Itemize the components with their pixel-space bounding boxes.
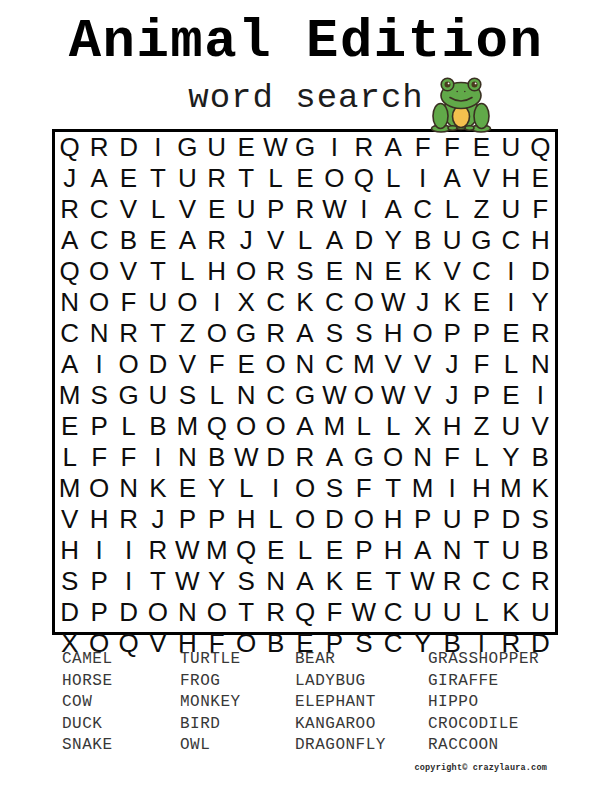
grid-cell-r14c2[interactable]: I [84,535,113,566]
grid-cell-r9c4[interactable]: U [143,380,172,411]
grid-cell-r13c17[interactable]: S [526,504,555,535]
grid-cell-r9c17[interactable]: I [526,380,555,411]
grid-cell-r10c16[interactable]: U [496,411,525,442]
grid-cell-r3c8[interactable]: P [261,194,290,225]
grid-cell-r12c3[interactable]: N [114,473,143,504]
grid-cell-r1c8[interactable]: W [261,132,290,163]
grid-cell-r14c12[interactable]: H [379,535,408,566]
grid-cell-r12c7[interactable]: L [231,473,260,504]
grid-cell-r7c7[interactable]: G [231,318,260,349]
grid-cell-r14c5[interactable]: W [173,535,202,566]
grid-cell-r16c7[interactable]: T [231,597,260,628]
grid-cell-r15c8[interactable]: N [261,566,290,597]
grid-cell-r9c12[interactable]: W [379,380,408,411]
grid-cell-r6c4[interactable]: U [143,287,172,318]
grid-cell-r4c9[interactable]: L [290,225,319,256]
grid-cell-r16c15[interactable]: L [467,597,496,628]
grid-cell-r14c6[interactable]: M [202,535,231,566]
grid-cell-r9c13[interactable]: V [408,380,437,411]
grid-cell-r14c8[interactable]: E [261,535,290,566]
word-list-column-1: CAMELHORSECOWDUCKSNAKE [62,649,180,757]
grid-cell-r13c5[interactable]: P [173,504,202,535]
grid-cell-r10c7[interactable]: O [231,411,260,442]
grid-cell-r8c14[interactable]: J [437,349,466,380]
grid-cell-r5c10[interactable]: E [320,256,349,287]
grid-cell-r15c7[interactable]: S [231,566,260,597]
grid-cell-r7c5[interactable]: Z [173,318,202,349]
grid-cell-r15c11[interactable]: E [349,566,378,597]
word-item-camel: CAMEL [62,649,180,671]
grid-cell-r5c3[interactable]: V [114,256,143,287]
grid-cell-r7c8[interactable]: R [261,318,290,349]
grid-cell-r8c5[interactable]: V [173,349,202,380]
grid-cell-r12c10[interactable]: S [320,473,349,504]
word-item-cow: COW [62,692,180,714]
grid-cell-r1c11[interactable]: R [349,132,378,163]
frog-icon [429,76,493,133]
grid-cell-r10c8[interactable]: O [261,411,290,442]
grid-cell-r11c8[interactable]: D [261,442,290,473]
grid-cell-r4c13[interactable]: B [408,225,437,256]
grid-cell-r9c9[interactable]: G [290,380,319,411]
grid-cell-r5c13[interactable]: K [408,256,437,287]
grid-cell-r14c7[interactable]: Q [231,535,260,566]
grid-cell-r11c5[interactable]: N [173,442,202,473]
grid-cell-r8c8[interactable]: O [261,349,290,380]
grid-cell-r12c9[interactable]: O [290,473,319,504]
grid-cell-r7c9[interactable]: A [290,318,319,349]
grid-cell-r1c13[interactable]: F [408,132,437,163]
grid-cell-r13c8[interactable]: L [261,504,290,535]
grid-cell-r1c16[interactable]: U [496,132,525,163]
grid-cell-r6c7[interactable]: X [231,287,260,318]
grid-cell-r13c10[interactable]: D [320,504,349,535]
grid-cell-r7c17[interactable]: R [526,318,555,349]
grid-cell-r3c7[interactable]: U [231,194,260,225]
grid-cell-r6c15[interactable]: E [467,287,496,318]
grid-cell-r13c1[interactable]: V [55,504,84,535]
word-item-turtle: TURTLE [180,649,295,671]
grid-cell-r12c14[interactable]: I [437,473,466,504]
grid-cell-r2c1[interactable]: J [55,163,84,194]
grid-cell-r10c2[interactable]: P [84,411,113,442]
grid-cell-r6c12[interactable]: W [379,287,408,318]
grid-cell-r7c6[interactable]: O [202,318,231,349]
grid-cell-r5c1[interactable]: Q [55,256,84,287]
page-subtitle: word search [0,80,612,117]
grid-cell-r9c2[interactable]: S [84,380,113,411]
grid-cell-r16c3[interactable]: D [114,597,143,628]
grid-cell-r15c15[interactable]: C [467,566,496,597]
grid-cell-r1c15[interactable]: E [467,132,496,163]
word-list-column-3: BEARLADYBUGELEPHANTKANGAROODRAGONFLY [295,649,428,757]
grid-cell-r4c17[interactable]: H [526,225,555,256]
grid-cell-r2c12[interactable]: L [379,163,408,194]
grid-cell-r4c3[interactable]: B [114,225,143,256]
grid-cell-r9c6[interactable]: L [202,380,231,411]
grid-cell-r1c7[interactable]: E [231,132,260,163]
grid-cell-r9c16[interactable]: E [496,380,525,411]
grid-cell-r4c10[interactable]: A [320,225,349,256]
grid-cell-r13c3[interactable]: R [114,504,143,535]
grid-cell-r7c4[interactable]: T [143,318,172,349]
grid-cell-r11c11[interactable]: G [349,442,378,473]
grid-cell-r5c17[interactable]: D [526,256,555,287]
grid-cell-r15c3[interactable]: I [114,566,143,597]
grid-cell-r5c12[interactable]: E [379,256,408,287]
word-item-duck: DUCK [62,714,180,736]
grid-cell-r9c15[interactable]: P [467,380,496,411]
grid-cell-r6c8[interactable]: C [261,287,290,318]
grid-cell-r8c6[interactable]: F [202,349,231,380]
grid-cell-r13c6[interactable]: P [202,504,231,535]
grid-cell-r16c4[interactable]: O [143,597,172,628]
grid-cell-r2c14[interactable]: A [437,163,466,194]
grid-cell-r8c13[interactable]: V [408,349,437,380]
grid-cell-r11c13[interactable]: N [408,442,437,473]
page-title: Animal Edition [0,12,612,71]
grid-cell-r3c15[interactable]: Z [467,194,496,225]
grid-cell-r9c10[interactable]: W [320,380,349,411]
grid-cell-r1c14[interactable]: F [437,132,466,163]
grid-cell-r12c8[interactable]: I [261,473,290,504]
grid-cell-r8c10[interactable]: C [320,349,349,380]
grid-cell-r3c16[interactable]: U [496,194,525,225]
grid-cell-r15c13[interactable]: W [408,566,437,597]
grid-cell-r10c1[interactable]: E [55,411,84,442]
grid-cell-r6c2[interactable]: O [84,287,113,318]
grid-cell-r6c17[interactable]: Y [526,287,555,318]
grid-cell-r15c1[interactable]: S [55,566,84,597]
grid-cell-r7c10[interactable]: S [320,318,349,349]
grid-cell-r2c3[interactable]: E [114,163,143,194]
grid-cell-r14c10[interactable]: E [320,535,349,566]
grid-cell-r5c7[interactable]: O [231,256,260,287]
grid-cell-r1c3[interactable]: D [114,132,143,163]
grid-cell-r10c13[interactable]: X [408,411,437,442]
grid-cell-r4c6[interactable]: R [202,225,231,256]
grid-cell-r16c9[interactable]: Q [290,597,319,628]
grid-cell-r11c6[interactable]: B [202,442,231,473]
grid-cell-r5c16[interactable]: I [496,256,525,287]
grid-cell-r6c10[interactable]: C [320,287,349,318]
grid-cell-r13c7[interactable]: H [231,504,260,535]
grid-cell-r3c17[interactable]: F [526,194,555,225]
grid-cell-r3c2[interactable]: C [84,194,113,225]
grid-cell-r13c16[interactable]: D [496,504,525,535]
grid-cell-r2c5[interactable]: U [173,163,202,194]
grid-cell-r14c17[interactable]: B [526,535,555,566]
grid-cell-r9c8[interactable]: C [261,380,290,411]
word-item-kangaroo: KANGAROO [295,714,428,736]
grid-cell-r15c2[interactable]: P [84,566,113,597]
grid-cell-r16c2[interactable]: P [84,597,113,628]
word-item-dragonfly: DRAGONFLY [295,735,428,757]
grid-cell-r7c16[interactable]: E [496,318,525,349]
grid-cell-r16c5[interactable]: N [173,597,202,628]
grid-cell-r13c15[interactable]: P [467,504,496,535]
grid-cell-r12c13[interactable]: M [408,473,437,504]
grid-cell-r1c5[interactable]: G [173,132,202,163]
grid-cell-r10c4[interactable]: B [143,411,172,442]
grid-cell-r5c15[interactable]: C [467,256,496,287]
grid-cell-r4c14[interactable]: U [437,225,466,256]
grid-cell-r11c4[interactable]: I [143,442,172,473]
grid-cell-r4c7[interactable]: J [231,225,260,256]
grid-cell-r9c3[interactable]: G [114,380,143,411]
grid-cell-r3c12[interactable]: A [379,194,408,225]
grid-cell-r3c9[interactable]: R [290,194,319,225]
grid-cell-r16c11[interactable]: W [349,597,378,628]
grid-cell-r9c7[interactable]: N [231,380,260,411]
word-item-crocodile: CROCODILE [428,714,539,736]
word-list: CAMELHORSECOWDUCKSNAKETURTLEFROGMONKEYBI… [62,649,562,757]
grid-cell-r14c16[interactable]: U [496,535,525,566]
grid-cell-r5c5[interactable]: L [173,256,202,287]
grid-cell-r8c16[interactable]: L [496,349,525,380]
grid-cell-r16c6[interactable]: O [202,597,231,628]
grid-cell-r8c1[interactable]: A [55,349,84,380]
grid-cell-r10c17[interactable]: V [526,411,555,442]
grid-cell-r16c10[interactable]: F [320,597,349,628]
grid-cell-r2c2[interactable]: A [84,163,113,194]
grid-cell-r1c4[interactable]: I [143,132,172,163]
word-item-snake: SNAKE [62,735,180,757]
grid-cell-r1c1[interactable]: Q [55,132,84,163]
grid-cell-r11c16[interactable]: Y [496,442,525,473]
grid-cell-r14c3[interactable]: I [114,535,143,566]
grid-cell-r3c6[interactable]: E [202,194,231,225]
grid-cell-r6c14[interactable]: K [437,287,466,318]
copyright-text: copyright© crazylaura.com [414,763,547,773]
grid-cell-r11c15[interactable]: L [467,442,496,473]
grid-cell-r14c9[interactable]: L [290,535,319,566]
grid-cell-r5c6[interactable]: H [202,256,231,287]
grid-cell-r7c11[interactable]: S [349,318,378,349]
grid-cell-r13c2[interactable]: H [84,504,113,535]
word-item-frog: FROG [180,671,295,693]
grid-cell-r16c14[interactable]: U [437,597,466,628]
grid-cell-r12c6[interactable]: Y [202,473,231,504]
grid-cell-r15c16[interactable]: C [496,566,525,597]
grid-cell-r11c7[interactable]: W [231,442,260,473]
grid-cell-r7c2[interactable]: N [84,318,113,349]
grid-cell-r4c12[interactable]: Y [379,225,408,256]
grid-cell-r7c15[interactable]: P [467,318,496,349]
grid-cell-r12c17[interactable]: K [526,473,555,504]
grid-cell-r8c11[interactable]: M [349,349,378,380]
grid-cell-r10c3[interactable]: L [114,411,143,442]
grid-cell-r16c8[interactable]: R [261,597,290,628]
grid-cell-r7c12[interactable]: H [379,318,408,349]
grid-cell-r4c1[interactable]: A [55,225,84,256]
grid-cell-r12c2[interactable]: O [84,473,113,504]
grid-cell-r3c3[interactable]: V [114,194,143,225]
word-item-bear: BEAR [295,649,428,671]
grid-cell-r6c5[interactable]: O [173,287,202,318]
grid-cell-r8c7[interactable]: E [231,349,260,380]
grid-cell-r3c14[interactable]: L [437,194,466,225]
word-list-column-2: TURTLEFROGMONKEYBIRDOWL [180,649,295,757]
grid-cell-r12c16[interactable]: M [496,473,525,504]
grid-cell-r6c16[interactable]: I [496,287,525,318]
grid-cell-r12c12[interactable]: T [379,473,408,504]
grid-cell-r7c1[interactable]: C [55,318,84,349]
grid-cell-r10c14[interactable]: H [437,411,466,442]
grid-cell-r11c10[interactable]: A [320,442,349,473]
grid-cell-r4c11[interactable]: D [349,225,378,256]
grid-cell-r2c10[interactable]: O [320,163,349,194]
grid-cell-r9c5[interactable]: S [173,380,202,411]
grid-cell-r10c11[interactable]: L [349,411,378,442]
grid-cell-r1c9[interactable]: G [290,132,319,163]
grid-cell-r6c13[interactable]: J [408,287,437,318]
grid-cell-r11c9[interactable]: R [290,442,319,473]
grid-cell-r15c17[interactable]: R [526,566,555,597]
grid-cell-r14c11[interactable]: P [349,535,378,566]
grid-cell-r9c11[interactable]: O [349,380,378,411]
grid-cell-r8c3[interactable]: O [114,349,143,380]
grid-cell-r13c12[interactable]: H [379,504,408,535]
grid-cell-r9c14[interactable]: J [437,380,466,411]
grid-cell-r16c17[interactable]: U [526,597,555,628]
grid-cell-r15c9[interactable]: A [290,566,319,597]
grid-cell-r2c4[interactable]: T [143,163,172,194]
grid-cell-r13c4[interactable]: J [143,504,172,535]
word-item-hippo: HIPPO [428,692,539,714]
grid-cell-r6c11[interactable]: O [349,287,378,318]
grid-cell-r11c3[interactable]: F [114,442,143,473]
grid-cell-r16c1[interactable]: D [55,597,84,628]
grid-cell-r15c5[interactable]: W [173,566,202,597]
grid-cell-r14c15[interactable]: T [467,535,496,566]
grid-cell-r1c6[interactable]: U [202,132,231,163]
grid-cell-r1c17[interactable]: Q [526,132,555,163]
grid-cell-r3c1[interactable]: R [55,194,84,225]
grid-cell-r10c15[interactable]: Z [467,411,496,442]
grid-cell-r11c14[interactable]: F [437,442,466,473]
grid-cell-r9c1[interactable]: M [55,380,84,411]
word-item-elephant: ELEPHANT [295,692,428,714]
grid-cell-r5c11[interactable]: N [349,256,378,287]
grid-cell-r15c12[interactable]: T [379,566,408,597]
grid-cell-r8c15[interactable]: F [467,349,496,380]
grid-cell-r3c5[interactable]: V [173,194,202,225]
word-item-giraffe: GIRAFFE [428,671,539,693]
grid-cell-r10c12[interactable]: L [379,411,408,442]
grid-cell-r13c9[interactable]: O [290,504,319,535]
word-item-bird: BIRD [180,714,295,736]
grid-cell-r15c10[interactable]: K [320,566,349,597]
grid-cell-r10c10[interactable]: M [320,411,349,442]
grid-cell-r14c4[interactable]: R [143,535,172,566]
grid-cell-r2c11[interactable]: Q [349,163,378,194]
word-list-column-4: GRASSHOPPERGIRAFFEHIPPOCROCODILERACCOON [428,649,539,757]
grid-cell-r2c15[interactable]: V [467,163,496,194]
grid-cell-r6c6[interactable]: I [202,287,231,318]
grid-cell-r5c2[interactable]: O [84,256,113,287]
grid-cell-r6c9[interactable]: K [290,287,319,318]
grid-cell-r11c2[interactable]: F [84,442,113,473]
grid-cell-r15c6[interactable]: Y [202,566,231,597]
word-item-owl: OWL [180,735,295,757]
grid-cell-r8c2[interactable]: I [84,349,113,380]
grid-cell-r5c8[interactable]: R [261,256,290,287]
grid-cell-r14c13[interactable]: A [408,535,437,566]
grid-cell-r4c15[interactable]: G [467,225,496,256]
grid-cell-r10c5[interactable]: M [173,411,202,442]
grid-cell-r2c17[interactable]: E [526,163,555,194]
grid-cell-r15c4[interactable]: T [143,566,172,597]
grid-cell-r1c2[interactable]: R [84,132,113,163]
grid-cell-r4c4[interactable]: E [143,225,172,256]
grid-cell-r3c11[interactable]: I [349,194,378,225]
grid-cell-r11c12[interactable]: O [379,442,408,473]
grid-cell-r14c14[interactable]: N [437,535,466,566]
grid-cell-r4c5[interactable]: A [173,225,202,256]
grid-cell-r13c11[interactable]: O [349,504,378,535]
grid-cell-r2c9[interactable]: E [290,163,319,194]
grid-cell-r7c13[interactable]: O [408,318,437,349]
grid-cell-r4c8[interactable]: V [261,225,290,256]
grid-cell-r2c13[interactable]: I [408,163,437,194]
grid-cell-r10c6[interactable]: Q [202,411,231,442]
grid-cell-r4c2[interactable]: C [84,225,113,256]
grid-cell-r3c13[interactable]: C [408,194,437,225]
word-item-raccoon: RACCOON [428,735,539,757]
grid-cell-r1c12[interactable]: A [379,132,408,163]
grid-cell-r13c13[interactable]: P [408,504,437,535]
grid-cell-r2c16[interactable]: H [496,163,525,194]
grid-cell-r5c4[interactable]: T [143,256,172,287]
grid-cell-r11c17[interactable]: B [526,442,555,473]
grid-cell-r7c3[interactable]: R [114,318,143,349]
grid-cell-r16c12[interactable]: C [379,597,408,628]
grid-cell-r8c17[interactable]: N [526,349,555,380]
word-search-grid: QRDIGUEWGIRAFFEUQJAETURTLEOQLIAVHERCVLVE… [52,129,558,635]
grid-cell-r12c4[interactable]: K [143,473,172,504]
grid-cell-r12c11[interactable]: F [349,473,378,504]
grid-cell-r2c7[interactable]: T [231,163,260,194]
grid-cell-r3c10[interactable]: W [320,194,349,225]
grid-cell-r1c10[interactable]: I [320,132,349,163]
grid-cell-r2c6[interactable]: R [202,163,231,194]
grid-cell-r8c4[interactable]: D [143,349,172,380]
word-item-ladybug: LADYBUG [295,671,428,693]
grid-cell-r10c9[interactable]: A [290,411,319,442]
grid-cell-r14c1[interactable]: H [55,535,84,566]
grid-cell-r11c1[interactable]: L [55,442,84,473]
grid-cell-r7c14[interactable]: P [437,318,466,349]
grid-cell-r2c8[interactable]: L [261,163,290,194]
grid-cell-r4c16[interactable]: C [496,225,525,256]
grid-cell-r8c12[interactable]: V [379,349,408,380]
grid-cell-r6c1[interactable]: N [55,287,84,318]
word-item-horse: HORSE [62,671,180,693]
grid-cell-r12c1[interactable]: M [55,473,84,504]
grid-cell-r5c14[interactable]: V [437,256,466,287]
grid-cell-r15c14[interactable]: R [437,566,466,597]
grid-cell-r3c4[interactable]: L [143,194,172,225]
grid-cell-r6c3[interactable]: F [114,287,143,318]
grid-cell-r16c13[interactable]: U [408,597,437,628]
grid-cell-r5c9[interactable]: S [290,256,319,287]
grid-cell-r16c16[interactable]: K [496,597,525,628]
grid-cell-r8c9[interactable]: N [290,349,319,380]
grid-cell-r12c5[interactable]: E [173,473,202,504]
grid-cell-r13c14[interactable]: U [437,504,466,535]
grid-cell-r12c15[interactable]: H [467,473,496,504]
